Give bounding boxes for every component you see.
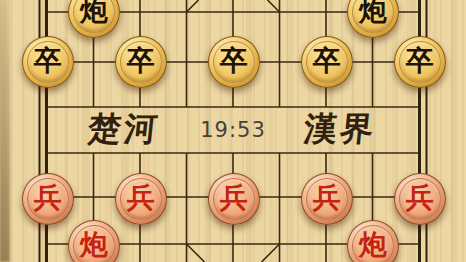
- black-soldier-piece[interactable]: 卒: [115, 36, 167, 88]
- xiangqi-board: 楚河 漢界 19:53 炮炮卒卒卒卒卒兵兵兵兵兵炮炮: [0, 0, 466, 262]
- red-cannon-glyph: 炮: [359, 231, 387, 259]
- black-cannon-glyph: 炮: [80, 0, 108, 25]
- piece-face: 兵: [399, 178, 441, 220]
- red-soldier-piece[interactable]: 兵: [22, 173, 74, 225]
- red-soldier-piece[interactable]: 兵: [394, 173, 446, 225]
- black-cannon-piece[interactable]: 炮: [68, 0, 120, 38]
- black-soldier-piece[interactable]: 卒: [22, 36, 74, 88]
- piece-face: 兵: [27, 178, 69, 220]
- red-soldier-glyph: 兵: [34, 184, 62, 212]
- black-cannon-glyph: 炮: [359, 0, 387, 25]
- red-cannon-piece[interactable]: 炮: [347, 220, 399, 262]
- red-soldier-glyph: 兵: [313, 184, 341, 212]
- red-soldier-glyph: 兵: [220, 184, 248, 212]
- piece-face: 炮: [73, 0, 115, 33]
- piece-face: 兵: [120, 178, 162, 220]
- black-soldier-glyph: 卒: [127, 47, 155, 75]
- red-soldier-glyph: 兵: [406, 184, 434, 212]
- black-soldier-piece[interactable]: 卒: [301, 36, 353, 88]
- red-soldier-glyph: 兵: [127, 184, 155, 212]
- black-cannon-piece[interactable]: 炮: [347, 0, 399, 38]
- red-cannon-glyph: 炮: [80, 231, 108, 259]
- piece-face: 炮: [352, 0, 394, 33]
- piece-face: 炮: [352, 225, 394, 262]
- red-soldier-piece[interactable]: 兵: [115, 173, 167, 225]
- red-soldier-piece[interactable]: 兵: [301, 173, 353, 225]
- pieces-layer: 炮炮卒卒卒卒卒兵兵兵兵兵炮炮: [0, 0, 466, 262]
- black-soldier-piece[interactable]: 卒: [208, 36, 260, 88]
- red-soldier-piece[interactable]: 兵: [208, 173, 260, 225]
- piece-face: 兵: [213, 178, 255, 220]
- piece-face: 卒: [120, 41, 162, 83]
- piece-face: 卒: [27, 41, 69, 83]
- piece-face: 卒: [213, 41, 255, 83]
- black-soldier-glyph: 卒: [406, 47, 434, 75]
- black-soldier-glyph: 卒: [220, 47, 248, 75]
- piece-face: 兵: [306, 178, 348, 220]
- piece-face: 卒: [306, 41, 348, 83]
- piece-face: 卒: [399, 41, 441, 83]
- red-cannon-piece[interactable]: 炮: [68, 220, 120, 262]
- piece-face: 炮: [73, 225, 115, 262]
- black-soldier-glyph: 卒: [313, 47, 341, 75]
- black-soldier-glyph: 卒: [34, 47, 62, 75]
- black-soldier-piece[interactable]: 卒: [394, 36, 446, 88]
